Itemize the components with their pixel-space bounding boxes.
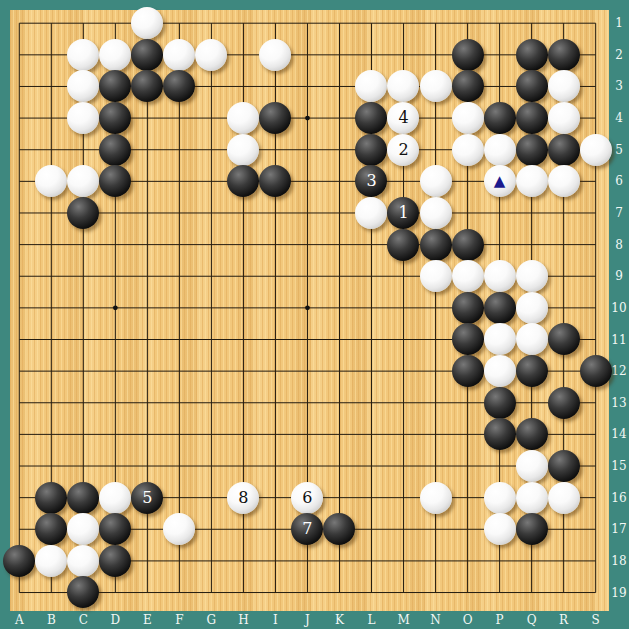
intersection-J17[interactable]: 7	[291, 513, 323, 545]
intersection-D19[interactable]	[99, 577, 131, 609]
intersection-L17[interactable]	[355, 513, 387, 545]
intersection-I7[interactable]	[259, 197, 291, 229]
intersection-A5[interactable]	[3, 134, 35, 166]
intersection-Q8[interactable]	[516, 229, 548, 261]
intersection-H19[interactable]	[227, 577, 259, 609]
intersection-B5[interactable]	[35, 134, 67, 166]
intersection-B14[interactable]	[35, 419, 67, 451]
intersection-F6[interactable]	[163, 166, 195, 198]
intersection-J14[interactable]	[291, 419, 323, 451]
intersection-N16[interactable]	[420, 482, 452, 514]
intersection-E5[interactable]	[131, 134, 163, 166]
intersection-K8[interactable]	[323, 229, 355, 261]
intersection-M10[interactable]	[387, 292, 419, 324]
intersection-A6[interactable]	[3, 166, 35, 198]
intersection-B3[interactable]	[35, 71, 67, 103]
intersection-D5[interactable]	[99, 134, 131, 166]
intersection-N13[interactable]	[420, 387, 452, 419]
intersection-B6[interactable]	[35, 166, 67, 198]
intersection-A3[interactable]	[3, 71, 35, 103]
intersection-O8[interactable]	[452, 229, 484, 261]
intersection-C5[interactable]	[67, 134, 99, 166]
intersection-M12[interactable]	[387, 355, 419, 387]
intersection-D9[interactable]	[99, 260, 131, 292]
intersection-G15[interactable]	[195, 450, 227, 482]
intersection-A18[interactable]	[3, 545, 35, 577]
intersection-J10[interactable]	[291, 292, 323, 324]
intersection-R16[interactable]	[548, 482, 580, 514]
intersection-C14[interactable]	[67, 419, 99, 451]
intersection-L13[interactable]	[355, 387, 387, 419]
intersection-E2[interactable]	[131, 39, 163, 71]
intersection-B11[interactable]	[35, 324, 67, 356]
intersection-E13[interactable]	[131, 387, 163, 419]
intersection-H8[interactable]	[227, 229, 259, 261]
intersection-S16[interactable]	[580, 482, 612, 514]
intersection-J15[interactable]	[291, 450, 323, 482]
intersection-O12[interactable]	[452, 355, 484, 387]
intersection-D17[interactable]	[99, 513, 131, 545]
intersection-O15[interactable]	[452, 450, 484, 482]
intersection-J18[interactable]	[291, 545, 323, 577]
intersection-M17[interactable]	[387, 513, 419, 545]
intersection-P15[interactable]	[484, 450, 516, 482]
intersection-R9[interactable]	[548, 260, 580, 292]
intersection-G18[interactable]	[195, 545, 227, 577]
intersection-L10[interactable]	[355, 292, 387, 324]
intersection-C9[interactable]	[67, 260, 99, 292]
intersection-L11[interactable]	[355, 324, 387, 356]
intersection-K16[interactable]	[323, 482, 355, 514]
intersection-O7[interactable]	[452, 197, 484, 229]
intersection-L4[interactable]	[355, 102, 387, 134]
intersection-K10[interactable]	[323, 292, 355, 324]
intersection-J13[interactable]	[291, 387, 323, 419]
intersection-F13[interactable]	[163, 387, 195, 419]
intersection-L3[interactable]	[355, 71, 387, 103]
intersection-F7[interactable]	[163, 197, 195, 229]
intersection-I18[interactable]	[259, 545, 291, 577]
intersection-G7[interactable]	[195, 197, 227, 229]
intersection-N2[interactable]	[420, 39, 452, 71]
intersection-H9[interactable]	[227, 260, 259, 292]
intersection-L19[interactable]	[355, 577, 387, 609]
intersection-R18[interactable]	[548, 545, 580, 577]
intersection-G6[interactable]	[195, 166, 227, 198]
intersection-J16[interactable]: 6	[291, 482, 323, 514]
intersection-Q15[interactable]	[516, 450, 548, 482]
intersection-P10[interactable]	[484, 292, 516, 324]
intersection-H17[interactable]	[227, 513, 259, 545]
intersection-J19[interactable]	[291, 577, 323, 609]
intersection-L8[interactable]	[355, 229, 387, 261]
intersection-L9[interactable]	[355, 260, 387, 292]
intersection-O4[interactable]	[452, 102, 484, 134]
intersection-I13[interactable]	[259, 387, 291, 419]
intersection-F16[interactable]	[163, 482, 195, 514]
intersection-C1[interactable]	[67, 7, 99, 39]
intersection-M7[interactable]: 1	[387, 197, 419, 229]
intersection-L6[interactable]: 3	[355, 166, 387, 198]
intersection-G11[interactable]	[195, 324, 227, 356]
intersection-H12[interactable]	[227, 355, 259, 387]
intersection-K18[interactable]	[323, 545, 355, 577]
intersection-Q5[interactable]	[516, 134, 548, 166]
intersection-N3[interactable]	[420, 71, 452, 103]
intersection-G8[interactable]	[195, 229, 227, 261]
intersection-Q10[interactable]	[516, 292, 548, 324]
intersection-L2[interactable]	[355, 39, 387, 71]
intersection-D3[interactable]	[99, 71, 131, 103]
intersection-N4[interactable]	[420, 102, 452, 134]
intersection-C7[interactable]	[67, 197, 99, 229]
intersection-D13[interactable]	[99, 387, 131, 419]
intersection-S19[interactable]	[580, 577, 612, 609]
intersection-K3[interactable]	[323, 71, 355, 103]
intersection-D2[interactable]	[99, 39, 131, 71]
intersection-N9[interactable]	[420, 260, 452, 292]
intersection-G19[interactable]	[195, 577, 227, 609]
intersection-R17[interactable]	[548, 513, 580, 545]
intersection-K11[interactable]	[323, 324, 355, 356]
intersection-Q3[interactable]	[516, 71, 548, 103]
intersection-E9[interactable]	[131, 260, 163, 292]
intersection-R1[interactable]	[548, 7, 580, 39]
intersection-O16[interactable]	[452, 482, 484, 514]
intersection-R6[interactable]	[548, 166, 580, 198]
intersection-M8[interactable]	[387, 229, 419, 261]
intersection-A8[interactable]	[3, 229, 35, 261]
intersection-H3[interactable]	[227, 71, 259, 103]
intersection-B1[interactable]	[35, 7, 67, 39]
intersection-Q11[interactable]	[516, 324, 548, 356]
intersection-E4[interactable]	[131, 102, 163, 134]
intersection-S18[interactable]	[580, 545, 612, 577]
intersection-K17[interactable]	[323, 513, 355, 545]
intersection-A19[interactable]	[3, 577, 35, 609]
intersection-I1[interactable]	[259, 7, 291, 39]
intersection-I8[interactable]	[259, 229, 291, 261]
intersection-K7[interactable]	[323, 197, 355, 229]
intersection-Q13[interactable]	[516, 387, 548, 419]
intersection-K15[interactable]	[323, 450, 355, 482]
intersection-E7[interactable]	[131, 197, 163, 229]
intersection-C3[interactable]	[67, 71, 99, 103]
intersection-I14[interactable]	[259, 419, 291, 451]
intersection-F3[interactable]	[163, 71, 195, 103]
intersection-H15[interactable]	[227, 450, 259, 482]
intersection-D7[interactable]	[99, 197, 131, 229]
intersection-S12[interactable]	[580, 355, 612, 387]
intersection-E3[interactable]	[131, 71, 163, 103]
intersection-J12[interactable]	[291, 355, 323, 387]
intersection-I15[interactable]	[259, 450, 291, 482]
intersection-R13[interactable]	[548, 387, 580, 419]
intersection-Q2[interactable]	[516, 39, 548, 71]
intersection-N15[interactable]	[420, 450, 452, 482]
intersection-F2[interactable]	[163, 39, 195, 71]
intersection-F15[interactable]	[163, 450, 195, 482]
intersection-C13[interactable]	[67, 387, 99, 419]
intersection-N11[interactable]	[420, 324, 452, 356]
intersection-G2[interactable]	[195, 39, 227, 71]
intersection-S15[interactable]	[580, 450, 612, 482]
intersection-P9[interactable]	[484, 260, 516, 292]
intersection-I12[interactable]	[259, 355, 291, 387]
intersection-I10[interactable]	[259, 292, 291, 324]
intersection-O2[interactable]	[452, 39, 484, 71]
intersection-G13[interactable]	[195, 387, 227, 419]
intersection-R12[interactable]	[548, 355, 580, 387]
intersection-K6[interactable]	[323, 166, 355, 198]
intersection-J8[interactable]	[291, 229, 323, 261]
intersection-O13[interactable]	[452, 387, 484, 419]
intersection-G17[interactable]	[195, 513, 227, 545]
intersection-D15[interactable]	[99, 450, 131, 482]
intersection-O11[interactable]	[452, 324, 484, 356]
intersection-B18[interactable]	[35, 545, 67, 577]
intersection-H7[interactable]	[227, 197, 259, 229]
intersection-B10[interactable]	[35, 292, 67, 324]
intersection-L15[interactable]	[355, 450, 387, 482]
intersection-R4[interactable]	[548, 102, 580, 134]
intersection-B17[interactable]	[35, 513, 67, 545]
intersection-N6[interactable]	[420, 166, 452, 198]
intersection-J2[interactable]	[291, 39, 323, 71]
intersection-I5[interactable]	[259, 134, 291, 166]
intersection-J3[interactable]	[291, 71, 323, 103]
intersection-C8[interactable]	[67, 229, 99, 261]
intersection-Q6[interactable]	[516, 166, 548, 198]
intersection-M4[interactable]: 4	[387, 102, 419, 134]
intersection-I3[interactable]	[259, 71, 291, 103]
intersection-O6[interactable]	[452, 166, 484, 198]
intersection-F8[interactable]	[163, 229, 195, 261]
intersection-L5[interactable]	[355, 134, 387, 166]
intersection-E18[interactable]	[131, 545, 163, 577]
intersection-D1[interactable]	[99, 7, 131, 39]
intersection-B7[interactable]	[35, 197, 67, 229]
intersection-A9[interactable]	[3, 260, 35, 292]
intersection-F9[interactable]	[163, 260, 195, 292]
intersection-I2[interactable]	[259, 39, 291, 71]
intersection-F5[interactable]	[163, 134, 195, 166]
intersection-B19[interactable]	[35, 577, 67, 609]
intersection-D4[interactable]	[99, 102, 131, 134]
intersection-P19[interactable]	[484, 577, 516, 609]
intersection-C12[interactable]	[67, 355, 99, 387]
intersection-M11[interactable]	[387, 324, 419, 356]
intersection-B13[interactable]	[35, 387, 67, 419]
intersection-D14[interactable]	[99, 419, 131, 451]
intersection-O18[interactable]	[452, 545, 484, 577]
intersection-G3[interactable]	[195, 71, 227, 103]
intersection-A2[interactable]	[3, 39, 35, 71]
intersection-C15[interactable]	[67, 450, 99, 482]
intersection-S1[interactable]	[580, 7, 612, 39]
intersection-C19[interactable]	[67, 577, 99, 609]
intersection-B2[interactable]	[35, 39, 67, 71]
intersection-R14[interactable]	[548, 419, 580, 451]
intersection-S8[interactable]	[580, 229, 612, 261]
intersection-N1[interactable]	[420, 7, 452, 39]
intersection-S9[interactable]	[580, 260, 612, 292]
intersection-G1[interactable]	[195, 7, 227, 39]
intersection-I19[interactable]	[259, 577, 291, 609]
intersection-E1[interactable]	[131, 7, 163, 39]
intersection-R2[interactable]	[548, 39, 580, 71]
intersection-P2[interactable]	[484, 39, 516, 71]
intersection-P5[interactable]	[484, 134, 516, 166]
intersection-E16[interactable]: 5	[131, 482, 163, 514]
intersection-K9[interactable]	[323, 260, 355, 292]
intersection-R10[interactable]	[548, 292, 580, 324]
intersection-K19[interactable]	[323, 577, 355, 609]
intersection-M5[interactable]: 2	[387, 134, 419, 166]
intersection-Q14[interactable]	[516, 419, 548, 451]
intersection-Q1[interactable]	[516, 7, 548, 39]
intersection-E11[interactable]	[131, 324, 163, 356]
intersection-J6[interactable]	[291, 166, 323, 198]
intersection-E12[interactable]	[131, 355, 163, 387]
intersection-J4[interactable]	[291, 102, 323, 134]
intersection-K4[interactable]	[323, 102, 355, 134]
intersection-N14[interactable]	[420, 419, 452, 451]
intersection-F11[interactable]	[163, 324, 195, 356]
intersection-E17[interactable]	[131, 513, 163, 545]
intersection-H2[interactable]	[227, 39, 259, 71]
intersection-J5[interactable]	[291, 134, 323, 166]
intersection-P16[interactable]	[484, 482, 516, 514]
intersection-Q4[interactable]	[516, 102, 548, 134]
intersection-M15[interactable]	[387, 450, 419, 482]
intersection-Q7[interactable]	[516, 197, 548, 229]
intersection-R8[interactable]	[548, 229, 580, 261]
intersection-H16[interactable]: 8	[227, 482, 259, 514]
intersection-J1[interactable]	[291, 7, 323, 39]
intersection-C6[interactable]	[67, 166, 99, 198]
intersection-I16[interactable]	[259, 482, 291, 514]
intersection-H6[interactable]	[227, 166, 259, 198]
intersection-P3[interactable]	[484, 71, 516, 103]
intersection-C2[interactable]	[67, 39, 99, 71]
intersection-A1[interactable]	[3, 7, 35, 39]
intersection-N7[interactable]	[420, 197, 452, 229]
intersection-D11[interactable]	[99, 324, 131, 356]
intersection-O10[interactable]	[452, 292, 484, 324]
intersection-P6[interactable]: ▲	[484, 166, 516, 198]
intersection-S4[interactable]	[580, 102, 612, 134]
intersection-S13[interactable]	[580, 387, 612, 419]
intersection-R7[interactable]	[548, 197, 580, 229]
intersection-A14[interactable]	[3, 419, 35, 451]
intersection-N17[interactable]	[420, 513, 452, 545]
intersection-G9[interactable]	[195, 260, 227, 292]
intersection-O3[interactable]	[452, 71, 484, 103]
intersection-F18[interactable]	[163, 545, 195, 577]
intersection-K2[interactable]	[323, 39, 355, 71]
intersection-G4[interactable]	[195, 102, 227, 134]
intersection-E10[interactable]	[131, 292, 163, 324]
intersection-R5[interactable]	[548, 134, 580, 166]
intersection-K5[interactable]	[323, 134, 355, 166]
intersection-I9[interactable]	[259, 260, 291, 292]
intersection-N5[interactable]	[420, 134, 452, 166]
intersection-K14[interactable]	[323, 419, 355, 451]
intersection-S11[interactable]	[580, 324, 612, 356]
intersection-C11[interactable]	[67, 324, 99, 356]
intersection-C4[interactable]	[67, 102, 99, 134]
intersection-A7[interactable]	[3, 197, 35, 229]
intersection-B4[interactable]	[35, 102, 67, 134]
intersection-M14[interactable]	[387, 419, 419, 451]
intersection-A4[interactable]	[3, 102, 35, 134]
intersection-I6[interactable]	[259, 166, 291, 198]
intersection-B16[interactable]	[35, 482, 67, 514]
intersection-B12[interactable]	[35, 355, 67, 387]
intersection-R3[interactable]	[548, 71, 580, 103]
intersection-O14[interactable]	[452, 419, 484, 451]
intersection-M1[interactable]	[387, 7, 419, 39]
intersection-C17[interactable]	[67, 513, 99, 545]
intersection-A12[interactable]	[3, 355, 35, 387]
intersection-F1[interactable]	[163, 7, 195, 39]
intersection-H14[interactable]	[227, 419, 259, 451]
intersection-S17[interactable]	[580, 513, 612, 545]
intersection-E6[interactable]	[131, 166, 163, 198]
intersection-D18[interactable]	[99, 545, 131, 577]
intersection-O5[interactable]	[452, 134, 484, 166]
intersection-A16[interactable]	[3, 482, 35, 514]
intersection-S6[interactable]	[580, 166, 612, 198]
intersection-I11[interactable]	[259, 324, 291, 356]
intersection-D8[interactable]	[99, 229, 131, 261]
intersection-P14[interactable]	[484, 419, 516, 451]
intersection-M2[interactable]	[387, 39, 419, 71]
intersection-A11[interactable]	[3, 324, 35, 356]
intersection-P18[interactable]	[484, 545, 516, 577]
intersection-R19[interactable]	[548, 577, 580, 609]
intersection-M6[interactable]	[387, 166, 419, 198]
intersection-A10[interactable]	[3, 292, 35, 324]
intersection-D16[interactable]	[99, 482, 131, 514]
intersection-E14[interactable]	[131, 419, 163, 451]
intersection-P17[interactable]	[484, 513, 516, 545]
intersection-H11[interactable]	[227, 324, 259, 356]
intersection-F12[interactable]	[163, 355, 195, 387]
intersection-K1[interactable]	[323, 7, 355, 39]
intersection-C10[interactable]	[67, 292, 99, 324]
intersection-M3[interactable]	[387, 71, 419, 103]
intersection-J7[interactable]	[291, 197, 323, 229]
intersection-K12[interactable]	[323, 355, 355, 387]
intersection-E15[interactable]	[131, 450, 163, 482]
intersection-R11[interactable]	[548, 324, 580, 356]
intersection-L14[interactable]	[355, 419, 387, 451]
intersection-S2[interactable]	[580, 39, 612, 71]
intersection-M19[interactable]	[387, 577, 419, 609]
intersection-P7[interactable]	[484, 197, 516, 229]
intersection-L12[interactable]	[355, 355, 387, 387]
intersection-N12[interactable]	[420, 355, 452, 387]
intersection-G10[interactable]	[195, 292, 227, 324]
intersection-S3[interactable]	[580, 71, 612, 103]
intersection-B15[interactable]	[35, 450, 67, 482]
intersection-D12[interactable]	[99, 355, 131, 387]
intersection-G14[interactable]	[195, 419, 227, 451]
intersection-E8[interactable]	[131, 229, 163, 261]
intersection-Q17[interactable]	[516, 513, 548, 545]
